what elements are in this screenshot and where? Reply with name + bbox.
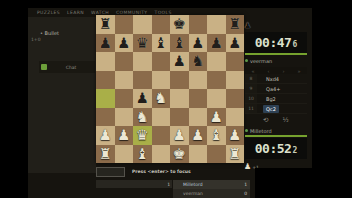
- square-e3[interactable]: [170, 108, 189, 127]
- white-bishop-g2[interactable]: ♝: [210, 128, 223, 143]
- square-h4[interactable]: [226, 89, 245, 108]
- move-number: 8: [245, 74, 257, 83]
- square-h8[interactable]: ♜: [226, 15, 245, 34]
- white-pawn-b2[interactable]: ♟: [117, 128, 130, 143]
- square-d1[interactable]: [152, 145, 171, 164]
- white-knight-d4[interactable]: ♞: [154, 91, 167, 106]
- black-pawn-b7[interactable]: ♟: [117, 35, 130, 50]
- square-c3[interactable]: ♞: [133, 108, 152, 127]
- square-h3[interactable]: [226, 108, 245, 127]
- white-king-e1[interactable]: ♚: [173, 146, 186, 161]
- square-d8[interactable]: [152, 15, 171, 34]
- square-h2[interactable]: ♟: [226, 126, 245, 145]
- square-h5[interactable]: [226, 71, 245, 90]
- square-h7[interactable]: ♟: [226, 34, 245, 53]
- square-f7[interactable]: ♟: [189, 34, 208, 53]
- black-pawn-e6[interactable]: ♟: [173, 54, 186, 69]
- white-pawn-g3[interactable]: ♟: [210, 109, 223, 124]
- square-a5[interactable]: [96, 71, 115, 90]
- black-pawn-c4[interactable]: ♟: [136, 91, 149, 106]
- move-san[interactable]: Bg2: [263, 95, 279, 103]
- square-f8[interactable]: [189, 15, 208, 34]
- square-c4[interactable]: ♟: [133, 89, 152, 108]
- game-info-variant: • Bullet: [40, 30, 59, 36]
- square-e5[interactable]: [170, 71, 189, 90]
- square-b8[interactable]: [115, 15, 134, 34]
- square-h6[interactable]: [226, 52, 245, 71]
- move-number: 10: [245, 94, 257, 103]
- player-top-name[interactable]: veerman: [250, 58, 272, 64]
- black-bishop-d7[interactable]: ♝: [154, 35, 167, 50]
- square-d3[interactable]: [152, 108, 171, 127]
- square-e6[interactable]: ♟: [170, 52, 189, 71]
- square-e1[interactable]: ♚: [170, 145, 189, 164]
- square-g6[interactable]: [207, 52, 226, 71]
- square-d5[interactable]: [152, 71, 171, 90]
- square-g3[interactable]: ♟: [207, 108, 226, 127]
- square-b4[interactable]: [115, 89, 134, 108]
- clock-bottom: 00:522: [245, 138, 307, 159]
- white-pawn-e2[interactable]: ♟: [173, 128, 186, 143]
- turn-indicator-bar-bottom: [245, 135, 307, 137]
- square-a7[interactable]: ♟: [96, 34, 115, 53]
- square-c7[interactable]: ♛: [133, 34, 152, 53]
- captured-white-pawn-icon: ♟: [244, 163, 251, 171]
- black-pawn-f7[interactable]: ♟: [191, 35, 204, 50]
- draw-offer-icon[interactable]: ½: [283, 116, 289, 124]
- move-row-11: 11Qc2: [245, 104, 307, 114]
- game-action-buttons: ⟲ ½: [245, 114, 307, 125]
- square-f6[interactable]: ♞: [189, 52, 208, 71]
- player-top-row[interactable]: veerman: [245, 57, 272, 64]
- move-row-9: 9Qa4+: [245, 84, 307, 94]
- black-king-e8[interactable]: ♚: [173, 17, 186, 32]
- video-frame: PUZZLESLEARNWATCHCOMMUNITYTOOLS • Bullet…: [0, 0, 352, 198]
- square-h1[interactable]: ♜: [226, 145, 245, 164]
- square-c6[interactable]: [133, 52, 152, 71]
- game-info-time: 1+0: [31, 37, 41, 42]
- square-a8[interactable]: ♜: [96, 15, 115, 34]
- game-side-panel: ♟ 00:476 veerman «‹›» 8Nxd49Qa4+10Bg211Q…: [243, 20, 307, 190]
- white-knight-c3[interactable]: ♞: [136, 109, 149, 124]
- black-pawn-g7[interactable]: ♟: [210, 35, 223, 50]
- online-dot-icon: [245, 59, 248, 62]
- square-f3[interactable]: [189, 108, 208, 127]
- clock-top: 00:476: [245, 32, 307, 53]
- white-pawn-h2[interactable]: ♟: [228, 128, 241, 143]
- takeback-icon[interactable]: ⟲: [263, 116, 268, 124]
- move-san[interactable]: Nxd4: [263, 75, 282, 83]
- square-f5[interactable]: [189, 71, 208, 90]
- turn-indicator-bar-top: [245, 53, 307, 55]
- square-g2[interactable]: ♝: [207, 126, 226, 145]
- move-number: 11: [245, 104, 257, 113]
- crosstable-score: 1: [244, 182, 250, 187]
- square-b1[interactable]: [115, 145, 134, 164]
- square-d4[interactable]: ♞: [152, 89, 171, 108]
- black-queen-c7[interactable]: ♛: [136, 35, 149, 50]
- chat-toggle-panel[interactable]: Chat: [39, 61, 95, 73]
- square-g8[interactable]: [207, 15, 226, 34]
- clock-bottom-time: 00:52: [255, 141, 292, 156]
- square-b2[interactable]: ♟: [115, 126, 134, 145]
- nav-item-learn[interactable]: LEARN: [67, 10, 84, 15]
- black-rook-a8[interactable]: ♜: [99, 17, 112, 32]
- white-queen-c2[interactable]: ♛: [136, 128, 149, 143]
- crosstable-row[interactable]: veerman0: [173, 189, 250, 198]
- movelist-nav-icon-0[interactable]: «: [251, 68, 254, 74]
- square-g4[interactable]: [207, 89, 226, 108]
- move-row-8: 8Nxd4: [245, 74, 307, 84]
- captured-black-pawn-icon: ♟: [244, 22, 251, 30]
- square-d7[interactable]: ♝: [152, 34, 171, 53]
- crosstable-result-cell: 1: [167, 182, 170, 187]
- square-g7[interactable]: ♟: [207, 34, 226, 53]
- crosstable[interactable]: Milletord1veerman0: [173, 180, 250, 198]
- square-e2[interactable]: ♟: [170, 126, 189, 145]
- black-pawn-a7[interactable]: ♟: [99, 35, 112, 50]
- square-b5[interactable]: [115, 71, 134, 90]
- square-g5[interactable]: [207, 71, 226, 90]
- movelist-nav-icon-1[interactable]: ‹: [268, 68, 270, 74]
- square-a6[interactable]: [96, 52, 115, 71]
- square-c5[interactable]: [133, 71, 152, 90]
- letterbox-corner: [255, 168, 312, 198]
- square-a2[interactable]: ♟: [96, 126, 115, 145]
- movelist-nav-icon-2[interactable]: ›: [282, 68, 284, 74]
- square-f1[interactable]: [189, 145, 208, 164]
- square-c1[interactable]: ♝: [133, 145, 152, 164]
- black-pawn-h7[interactable]: ♟: [228, 35, 241, 50]
- square-a1[interactable]: ♜: [96, 145, 115, 164]
- black-bishop-e7[interactable]: ♝: [173, 35, 186, 50]
- crosstable-player-name[interactable]: veerman: [173, 191, 244, 196]
- black-knight-f6[interactable]: ♞: [191, 54, 204, 69]
- square-f2[interactable]: ♟: [189, 126, 208, 145]
- captured-pieces-top: ♟: [244, 20, 251, 30]
- square-b6[interactable]: [115, 52, 134, 71]
- white-rook-h1[interactable]: ♜: [228, 146, 241, 161]
- white-pawn-a2[interactable]: ♟: [99, 128, 112, 143]
- player-bottom-name[interactable]: Milletord: [250, 128, 272, 134]
- white-pawn-f2[interactable]: ♟: [191, 128, 204, 143]
- square-d2[interactable]: [152, 126, 171, 145]
- white-rook-a1[interactable]: ♜: [99, 146, 112, 161]
- clock-bottom-tenths: 2: [292, 146, 297, 155]
- square-b7[interactable]: ♟: [115, 34, 134, 53]
- black-rook-h8[interactable]: ♜: [228, 17, 241, 32]
- movelist-nav-icon-3[interactable]: »: [297, 68, 300, 74]
- movelist-nav-icons[interactable]: «‹›»: [245, 67, 307, 74]
- move-list[interactable]: 8Nxd49Qa4+10Bg211Qc2: [245, 74, 307, 114]
- crosstable-results-bar: 1: [96, 180, 172, 188]
- square-e4[interactable]: [170, 89, 189, 108]
- chess-app: PUZZLESLEARNWATCHCOMMUNITYTOOLS • Bullet…: [28, 8, 312, 198]
- crosstable-row[interactable]: Milletord1: [173, 180, 250, 189]
- move-number: 9: [245, 84, 257, 93]
- square-f4[interactable]: [189, 89, 208, 108]
- chat-panel-label: Chat: [47, 65, 95, 70]
- crosstable-player-name[interactable]: Milletord: [173, 182, 244, 187]
- online-dot-icon: [245, 129, 248, 132]
- player-bottom-row[interactable]: Milletord: [245, 127, 272, 134]
- chat-focus-hint: Press <enter> to focus: [132, 169, 191, 174]
- square-c8[interactable]: [133, 15, 152, 34]
- move-san[interactable]: Qa4+: [263, 85, 283, 93]
- square-a4[interactable]: [96, 89, 115, 108]
- square-c2[interactable]: ♛: [133, 126, 152, 145]
- square-g1[interactable]: [207, 145, 226, 164]
- square-b3[interactable]: [115, 108, 134, 127]
- square-a3[interactable]: [96, 108, 115, 127]
- chat-input[interactable]: [96, 167, 125, 177]
- chess-board[interactable]: ♜♚♜♟♟♛♝♝♟♟♟♟♞♟♞♞♟♟♟♛♟♟♝♟♜♝♚♜: [96, 15, 244, 163]
- square-e7[interactable]: ♝: [170, 34, 189, 53]
- move-san[interactable]: Qc2: [263, 105, 279, 113]
- move-row-10: 10Bg2: [245, 94, 307, 104]
- clock-top-tenths: 6: [292, 40, 297, 49]
- clock-top-time: 00:47: [255, 35, 292, 50]
- nav-item-puzzles[interactable]: PUZZLES: [37, 10, 60, 15]
- square-e8[interactable]: ♚: [170, 15, 189, 34]
- square-d6[interactable]: [152, 52, 171, 71]
- left-sidebar: • Bullet 1+0 Chat: [28, 17, 96, 173]
- white-bishop-c1[interactable]: ♝: [136, 146, 149, 161]
- crosstable-score: 0: [244, 191, 250, 196]
